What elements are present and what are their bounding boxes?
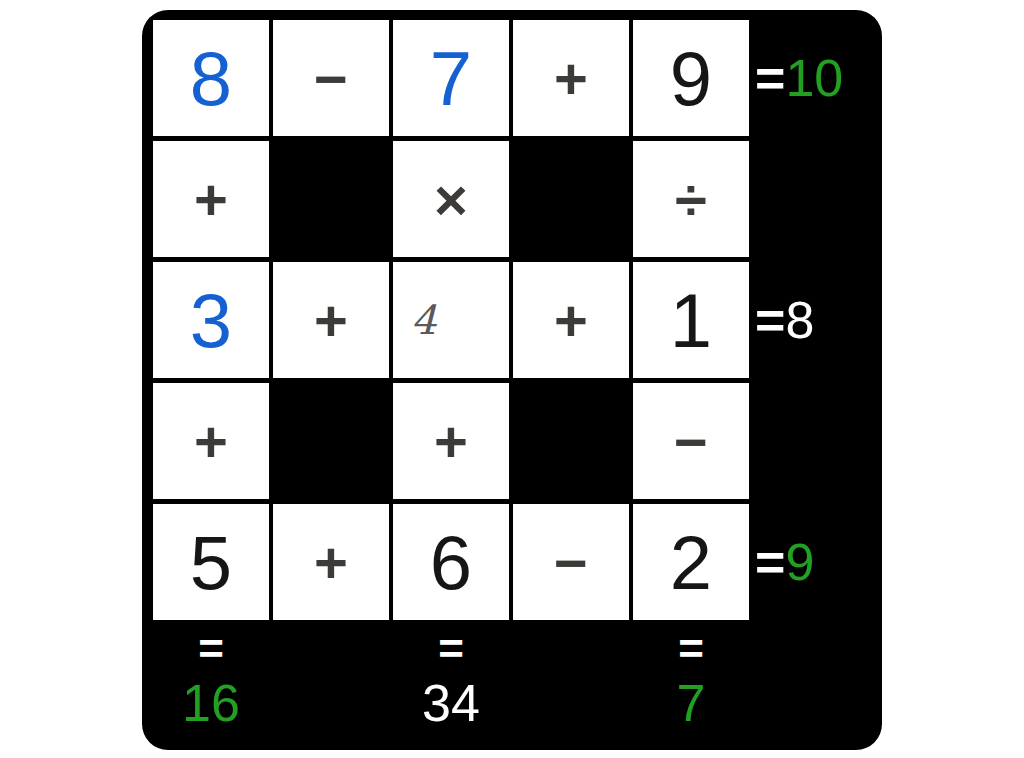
cell-r3c4-op: + (513, 262, 629, 378)
col-target-5-value: 7 (633, 677, 749, 729)
cell-r3c2-op: + (273, 262, 389, 378)
cell-r1c2-op: − (273, 20, 389, 136)
row-target-5-value: 9 (785, 536, 814, 588)
col-target-1-value: 16 (153, 677, 269, 729)
puzzle-grid: 8−7+9+×÷3+4+1++−5+6−2 (153, 20, 749, 620)
cell-r2c1-op: + (153, 141, 269, 257)
row-target-3: =8 (755, 262, 814, 378)
cell-r2c2-blocked (273, 141, 389, 257)
cell-r5c3-given: 6 (393, 504, 509, 620)
row-target-1: =10 (755, 20, 843, 136)
cell-r5c4-op: − (513, 504, 629, 620)
cell-r2c5-op: ÷ (633, 141, 749, 257)
cell-r2c3-op: × (393, 141, 509, 257)
cell-r3c1-entered[interactable]: 3 (153, 262, 269, 378)
cell-r4c2-blocked (273, 383, 389, 499)
puzzle-board: 8−7+9+×÷3+4+1++−5+6−2 =10 =8 =9 = 16 = 3… (142, 10, 882, 750)
cell-r3c3-note[interactable]: 4 (393, 262, 509, 378)
col-target-5: = 7 (633, 627, 749, 729)
cell-r5c5-given: 2 (633, 504, 749, 620)
cell-r1c5-given: 9 (633, 20, 749, 136)
equals-sign: = (755, 294, 785, 346)
equals-sign: = (153, 627, 269, 671)
cell-r5c2-op: + (273, 504, 389, 620)
row-target-3-value: 8 (785, 294, 814, 346)
cell-r4c3-op: + (393, 383, 509, 499)
cell-r4c5-op: − (633, 383, 749, 499)
cell-r5c1-given: 5 (153, 504, 269, 620)
col-target-1: = 16 (153, 627, 269, 729)
equals-sign: = (393, 627, 509, 671)
cell-r3c5-given: 1 (633, 262, 749, 378)
cell-r2c4-blocked (513, 141, 629, 257)
cell-r4c1-op: + (153, 383, 269, 499)
col-target-3: = 34 (393, 627, 509, 729)
equals-sign: = (755, 52, 785, 104)
equals-sign: = (633, 627, 749, 671)
col-target-3-value: 34 (393, 677, 509, 729)
cell-r1c4-op: + (513, 20, 629, 136)
cell-r4c4-blocked (513, 383, 629, 499)
row-target-5: =9 (755, 504, 814, 620)
cell-r1c1-entered[interactable]: 8 (153, 20, 269, 136)
cell-r1c3-entered[interactable]: 7 (393, 20, 509, 136)
row-target-1-value: 10 (785, 52, 843, 104)
equals-sign: = (755, 536, 785, 588)
